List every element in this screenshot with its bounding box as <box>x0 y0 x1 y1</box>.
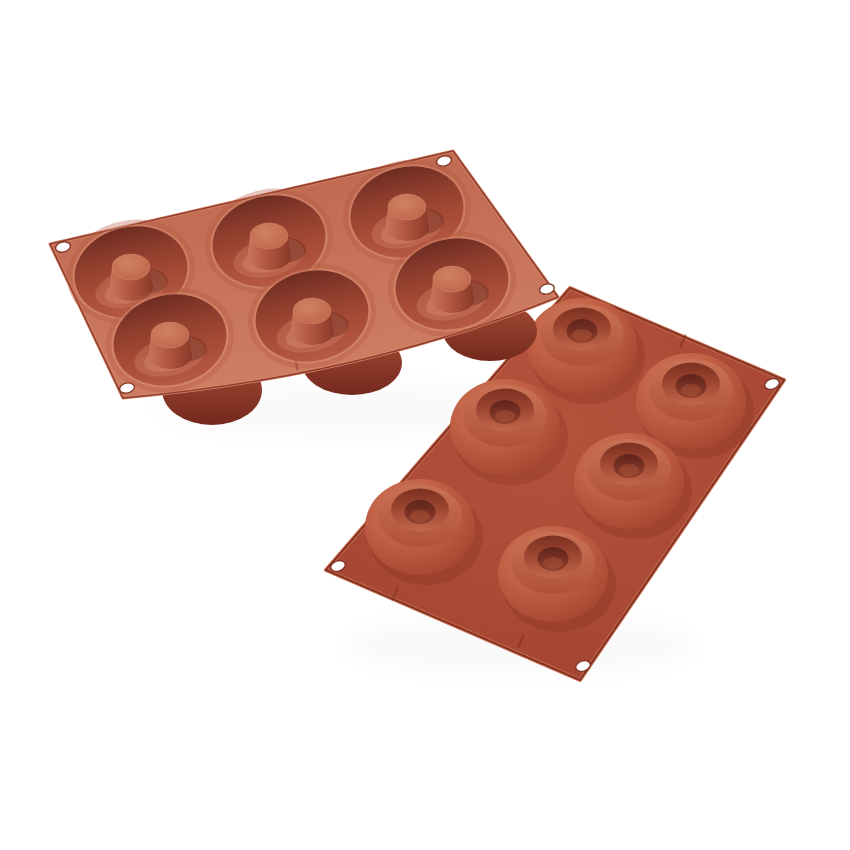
post-top <box>433 266 471 292</box>
post-top <box>112 254 150 280</box>
hole-inner-highlight <box>543 557 563 569</box>
hole-inner-highlight <box>619 464 639 476</box>
product-photo <box>0 0 850 850</box>
post-top <box>293 298 331 324</box>
hole-inner-highlight <box>410 510 430 522</box>
post-top <box>388 194 426 220</box>
hole-inner-highlight <box>495 410 515 422</box>
hole-inner-highlight <box>572 329 592 341</box>
post-top <box>151 322 189 348</box>
product-photo-svg <box>0 0 850 850</box>
post-top <box>250 223 288 249</box>
hole-inner-highlight <box>681 384 701 396</box>
